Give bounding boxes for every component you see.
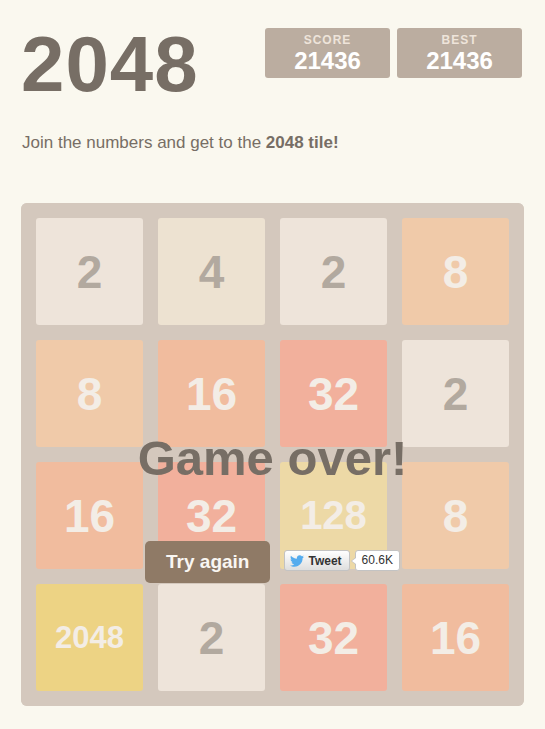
score-panel: SCORE 21436 BEST 21436: [265, 28, 522, 78]
tweet-button[interactable]: Tweet: [284, 550, 349, 571]
best-value: 21436: [426, 47, 493, 75]
game-over-overlay: Game over! Try again Tweet 60.6K: [21, 203, 524, 706]
overlay-actions: Try again Tweet 60.6K: [21, 541, 524, 583]
subtitle-text: Join the numbers and get to the: [22, 133, 266, 152]
subtitle: Join the numbers and get to the 2048 til…: [22, 131, 339, 155]
best-container: BEST 21436: [397, 28, 522, 78]
page-title: 2048: [21, 22, 199, 106]
score-container: SCORE 21436: [265, 28, 390, 78]
game-over-message: Game over!: [21, 430, 524, 486]
page: 2048 SCORE 21436 BEST 21436 Join the num…: [0, 0, 545, 729]
try-again-button[interactable]: Try again: [145, 541, 270, 583]
tweet-widget: Tweet 60.6K: [284, 550, 399, 571]
best-label: BEST: [441, 33, 477, 47]
tweet-count-badge[interactable]: 60.6K: [355, 550, 400, 571]
subtitle-goal: 2048 tile!: [266, 133, 339, 152]
game-board: 2 4 2 8 8 16 32 2 16 32 128 8 2048 2 32 …: [21, 203, 524, 706]
tweet-label: Tweet: [308, 554, 341, 568]
score-label: SCORE: [304, 33, 352, 47]
score-value: 21436: [294, 47, 361, 75]
twitter-bird-icon: [290, 554, 304, 568]
